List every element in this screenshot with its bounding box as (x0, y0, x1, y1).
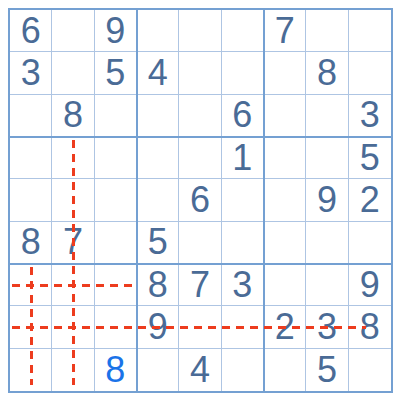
cell-r7c8[interactable] (306, 264, 348, 306)
cell-r8c9[interactable]: 8 (349, 306, 391, 348)
cell-r9c4[interactable] (137, 349, 179, 391)
cell-r1c5[interactable] (179, 10, 221, 52)
cell-r3c4[interactable] (137, 95, 179, 137)
cell-r2c1[interactable]: 3 (10, 52, 52, 94)
given-digit: 2 (360, 182, 380, 218)
cell-r1c8[interactable] (306, 10, 348, 52)
cell-r4c3[interactable] (95, 137, 137, 179)
cell-r3c5[interactable] (179, 95, 221, 137)
cell-r5c6[interactable] (222, 179, 264, 221)
given-digit: 1 (232, 140, 252, 176)
given-digit: 8 (360, 309, 380, 345)
cell-r5c1[interactable] (10, 179, 52, 221)
cell-r1c7[interactable]: 7 (264, 10, 306, 52)
given-digit: 9 (317, 182, 337, 218)
given-digit: 9 (105, 13, 125, 49)
cell-r5c4[interactable] (137, 179, 179, 221)
given-digit: 3 (360, 97, 380, 133)
cell-r4c8[interactable] (306, 137, 348, 179)
cell-r5c3[interactable] (95, 179, 137, 221)
cell-r6c3[interactable] (95, 222, 137, 264)
cell-r6c2[interactable]: 7 (52, 222, 94, 264)
cell-r9c9[interactable] (349, 349, 391, 391)
cell-r9c6[interactable] (222, 349, 264, 391)
cell-r4c4[interactable] (137, 137, 179, 179)
given-digit: 5 (360, 140, 380, 176)
given-digit: 3 (232, 267, 252, 303)
cell-r7c7[interactable] (264, 264, 306, 306)
given-digit: 7 (63, 224, 83, 260)
given-digit: 8 (21, 224, 41, 260)
given-digit: 8 (317, 55, 337, 91)
cell-r1c2[interactable] (52, 10, 94, 52)
cell-r2c7[interactable] (264, 52, 306, 94)
cell-r4c1[interactable] (10, 137, 52, 179)
given-digit: 2 (275, 309, 295, 345)
cell-r6c1[interactable]: 8 (10, 222, 52, 264)
cell-r6c7[interactable] (264, 222, 306, 264)
cell-r1c3[interactable]: 9 (95, 10, 137, 52)
given-digit: 4 (190, 352, 210, 388)
given-digit: 6 (21, 13, 41, 49)
cell-r4c9[interactable]: 5 (349, 137, 391, 179)
cell-r9c5[interactable]: 4 (179, 349, 221, 391)
given-digit: 6 (190, 182, 210, 218)
given-digit: 9 (360, 267, 380, 303)
cell-r6c4[interactable]: 5 (137, 222, 179, 264)
given-digit: 3 (21, 55, 41, 91)
cell-r4c5[interactable] (179, 137, 221, 179)
sudoku-cells: 69735488631569287587399238845 (10, 10, 391, 391)
given-digit: 6 (232, 97, 252, 133)
cell-r7c2[interactable] (52, 264, 94, 306)
cell-r3c6[interactable]: 6 (222, 95, 264, 137)
given-digit: 5 (105, 55, 125, 91)
cell-r8c2[interactable] (52, 306, 94, 348)
cell-r8c6[interactable] (222, 306, 264, 348)
given-digit: 5 (148, 224, 168, 260)
cell-r6c9[interactable] (349, 222, 391, 264)
cell-r8c4[interactable]: 9 (137, 306, 179, 348)
cell-r2c4[interactable]: 4 (137, 52, 179, 94)
cell-r3c3[interactable] (95, 95, 137, 137)
cell-r9c7[interactable] (264, 349, 306, 391)
cell-r5c8[interactable]: 9 (306, 179, 348, 221)
cell-r7c3[interactable] (95, 264, 137, 306)
given-digit: 7 (190, 267, 210, 303)
cell-r5c5[interactable]: 6 (179, 179, 221, 221)
cell-r6c8[interactable] (306, 222, 348, 264)
cell-r3c1[interactable] (10, 95, 52, 137)
sudoku-board: 69735488631569287587399238845 (8, 8, 393, 393)
cell-r9c2[interactable] (52, 349, 94, 391)
cell-r7c1[interactable] (10, 264, 52, 306)
cell-r3c7[interactable] (264, 95, 306, 137)
cell-r8c7[interactable]: 2 (264, 306, 306, 348)
cell-r5c9[interactable]: 2 (349, 179, 391, 221)
cell-r1c6[interactable] (222, 10, 264, 52)
cell-r4c6[interactable]: 1 (222, 137, 264, 179)
cell-r9c3[interactable]: 8 (95, 349, 137, 391)
cell-r6c6[interactable] (222, 222, 264, 264)
cell-r4c7[interactable] (264, 137, 306, 179)
cell-r3c9[interactable]: 3 (349, 95, 391, 137)
cell-r8c1[interactable] (10, 306, 52, 348)
cell-r3c2[interactable]: 8 (52, 95, 94, 137)
cell-r2c6[interactable] (222, 52, 264, 94)
cell-r8c3[interactable] (95, 306, 137, 348)
given-digit: 3 (317, 309, 337, 345)
given-digit: 8 (63, 97, 83, 133)
cell-r5c2[interactable] (52, 179, 94, 221)
cell-r6c5[interactable] (179, 222, 221, 264)
cell-r7c5[interactable]: 7 (179, 264, 221, 306)
cell-r8c5[interactable] (179, 306, 221, 348)
given-digit: 9 (148, 309, 168, 345)
given-digit: 7 (275, 13, 295, 49)
given-digit: 4 (148, 55, 168, 91)
given-digit: 8 (148, 267, 168, 303)
cell-r2c8[interactable]: 8 (306, 52, 348, 94)
cell-r3c8[interactable] (306, 95, 348, 137)
cell-r1c1[interactable]: 6 (10, 10, 52, 52)
cell-r5c7[interactable] (264, 179, 306, 221)
cell-r1c9[interactable] (349, 10, 391, 52)
cell-r9c1[interactable] (10, 349, 52, 391)
cell-r9c8[interactable]: 5 (306, 349, 348, 391)
user-digit: 8 (105, 352, 125, 388)
cell-r1c4[interactable] (137, 10, 179, 52)
cell-r2c9[interactable] (349, 52, 391, 94)
cell-r7c9[interactable]: 9 (349, 264, 391, 306)
cell-r7c6[interactable]: 3 (222, 264, 264, 306)
cell-r8c8[interactable]: 3 (306, 306, 348, 348)
cell-r2c3[interactable]: 5 (95, 52, 137, 94)
given-digit: 5 (317, 352, 337, 388)
cell-r7c4[interactable]: 8 (137, 264, 179, 306)
cell-r2c5[interactable] (179, 52, 221, 94)
cell-r2c2[interactable] (52, 52, 94, 94)
cell-r4c2[interactable] (52, 137, 94, 179)
